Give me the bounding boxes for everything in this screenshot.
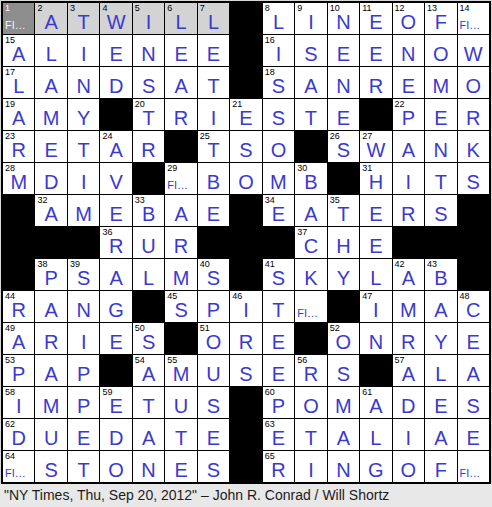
cell-r5c11[interactable]: 26S — [328, 131, 359, 162]
cell-letter: P — [3, 364, 34, 385]
cell-r2c1[interactable]: 15A — [3, 35, 34, 66]
cell-r8c14 — [425, 227, 456, 258]
cell-r5c3[interactable]: T — [68, 131, 99, 162]
cell-r2c13[interactable]: N — [393, 35, 424, 66]
cell-r1c2[interactable]: 2A — [35, 3, 66, 34]
cell-r13c2[interactable]: M — [35, 387, 66, 418]
cell-r14c11[interactable]: A — [328, 419, 359, 450]
cell-letter: F — [425, 460, 456, 481]
cell-letter: M — [3, 172, 34, 193]
rebus-cell-text: FI… — [5, 467, 26, 479]
cell-r14c5[interactable]: A — [133, 419, 164, 450]
cell-letter: P — [263, 396, 294, 417]
cell-r11c14[interactable]: Y — [425, 323, 456, 354]
cell-letter: H — [328, 236, 359, 257]
cell-r12c9[interactable]: E — [263, 355, 294, 386]
cell-letter: R — [133, 140, 164, 161]
cell-r5c5[interactable]: R — [133, 131, 164, 162]
cell-letter: A — [3, 108, 34, 129]
cell-letter: T — [133, 396, 164, 417]
cell-r14c1[interactable]: 62D — [3, 419, 34, 450]
cell-r13c12[interactable]: 61A — [360, 387, 391, 418]
cell-letter: O — [458, 76, 489, 97]
cell-r3c14[interactable]: M — [425, 67, 456, 98]
cell-r15c15[interactable]: FI… — [458, 451, 489, 482]
cell-letter: I — [133, 12, 164, 33]
cell-r11c9[interactable]: E — [263, 323, 294, 354]
cell-letter: C — [295, 236, 326, 257]
cell-r15c11[interactable]: N — [328, 451, 359, 482]
cell-r15c4[interactable]: O — [100, 451, 131, 482]
cell-r14c10[interactable]: T — [295, 419, 326, 450]
cell-r5c6 — [165, 131, 196, 162]
cell-r5c7[interactable]: 25T — [198, 131, 229, 162]
cell-letter: E — [230, 108, 261, 129]
cell-r13c4[interactable]: 59E — [100, 387, 131, 418]
cell-r12c2[interactable]: A — [35, 355, 66, 386]
cell-r2c9[interactable]: 16I — [263, 35, 294, 66]
cell-r14c14[interactable]: A — [425, 419, 456, 450]
cell-r7c10[interactable]: A — [295, 195, 326, 226]
cell-letter: M — [165, 364, 196, 385]
cell-letter: L — [360, 268, 391, 289]
cell-r15c13[interactable]: O — [393, 451, 424, 482]
cell-r10c1[interactable]: 44R — [3, 291, 34, 322]
cell-r11c4[interactable]: E — [100, 323, 131, 354]
cell-letter: S — [263, 76, 294, 97]
cell-r1c1[interactable]: 1FI… — [3, 3, 34, 34]
cell-r4c8[interactable]: 21E — [230, 99, 261, 130]
cell-letter: A — [100, 140, 131, 161]
cell-letter: D — [100, 428, 131, 449]
cell-r3c4[interactable]: D — [100, 67, 131, 98]
cell-letter: T — [263, 300, 294, 321]
cell-r12c14[interactable]: L — [425, 355, 456, 386]
cell-r2c15[interactable]: W — [458, 35, 489, 66]
cell-r15c14[interactable]: F — [425, 451, 456, 482]
cell-r7c5[interactable]: 33B — [133, 195, 164, 226]
cell-r10c8[interactable]: 46I — [230, 291, 261, 322]
cell-letter: K — [295, 268, 326, 289]
cell-r9c14[interactable]: 43B — [425, 259, 456, 290]
cell-r13c14[interactable]: E — [425, 387, 456, 418]
cell-letter: G — [100, 300, 131, 321]
cell-letter: P — [393, 108, 424, 129]
cell-r10c4[interactable]: G — [100, 291, 131, 322]
cell-r7c6[interactable]: A — [165, 195, 196, 226]
cell-letter: A — [35, 300, 66, 321]
cell-letter: M — [393, 300, 424, 321]
cell-r4c2[interactable]: M — [35, 99, 66, 130]
cell-r6c7[interactable]: B — [198, 163, 229, 194]
cell-letter: A — [35, 12, 66, 33]
cell-r8c7 — [198, 227, 229, 258]
cell-r4c7[interactable]: I — [198, 99, 229, 130]
cell-r3c1[interactable]: 17L — [3, 67, 34, 98]
cell-r8c1 — [3, 227, 34, 258]
cell-letter: U — [165, 396, 196, 417]
cell-r3c7[interactable]: T — [198, 67, 229, 98]
cell-letter: E — [198, 204, 229, 225]
cell-letter: G — [360, 460, 391, 481]
cell-r7c4[interactable]: E — [100, 195, 131, 226]
cell-letter: W — [100, 12, 131, 33]
cell-letter: T — [198, 76, 229, 97]
cell-letter: Y — [425, 332, 456, 353]
cell-letter: V — [100, 172, 131, 193]
cell-letter: C — [458, 300, 489, 321]
cell-letter: E — [360, 236, 391, 257]
cell-letter: F — [425, 12, 456, 33]
cell-r8c11[interactable]: H — [328, 227, 359, 258]
cell-r3c13[interactable]: E — [393, 67, 424, 98]
cell-r5c15[interactable]: K — [458, 131, 489, 162]
cell-letter: M — [263, 172, 294, 193]
cell-r9c10[interactable]: K — [295, 259, 326, 290]
cell-r10c7[interactable]: P — [198, 291, 229, 322]
cell-letter: R — [35, 332, 66, 353]
cell-letter: R — [393, 332, 424, 353]
cell-r13c9[interactable]: 60P — [263, 387, 294, 418]
crossword-grid: 1FI…2A3T4W5I6L7L8L9I10N11E12O13F14FI…15A… — [1, 1, 491, 484]
cell-letter: L — [360, 428, 391, 449]
cell-r3c12[interactable]: R — [360, 67, 391, 98]
cell-r4c13[interactable]: 22P — [393, 99, 424, 130]
cell-letter: A — [133, 428, 164, 449]
cell-r15c3[interactable]: T — [68, 451, 99, 482]
cell-r9c2[interactable]: 38P — [35, 259, 66, 290]
cell-r15c12[interactable]: G — [360, 451, 391, 482]
cell-r9c3[interactable]: 39S — [68, 259, 99, 290]
cell-letter: A — [425, 300, 456, 321]
cell-letter: M — [165, 268, 196, 289]
cell-letter: S — [328, 140, 359, 161]
cell-r12c5[interactable]: 54A — [133, 355, 164, 386]
cell-r9c7[interactable]: 40S — [198, 259, 229, 290]
cell-r14c3[interactable]: E — [68, 419, 99, 450]
cell-r5c9[interactable]: O — [263, 131, 294, 162]
cell-r3c3[interactable]: N — [68, 67, 99, 98]
cell-r7c13[interactable]: R — [393, 195, 424, 226]
cell-letter: N — [328, 12, 359, 33]
cell-r6c9[interactable]: M — [263, 163, 294, 194]
cell-letter: E — [263, 332, 294, 353]
cell-r11c11[interactable]: 52O — [328, 323, 359, 354]
cell-letter: N — [328, 76, 359, 97]
cell-r12c10[interactable]: 56R — [295, 355, 326, 386]
cell-r5c1[interactable]: 23R — [3, 131, 34, 162]
cell-r4c4 — [100, 99, 131, 130]
cell-r1c11[interactable]: 10N — [328, 3, 359, 34]
cell-r4c3[interactable]: Y — [68, 99, 99, 130]
cell-r6c2[interactable]: D — [35, 163, 66, 194]
cell-r4c14[interactable]: E — [425, 99, 456, 130]
cell-letter: S — [230, 140, 261, 161]
cell-r2c3[interactable]: I — [68, 35, 99, 66]
cell-letter: S — [35, 460, 66, 481]
cell-r6c8[interactable]: O — [230, 163, 261, 194]
cell-r11c7[interactable]: 51O — [198, 323, 229, 354]
cell-r10c13[interactable]: M — [393, 291, 424, 322]
cell-r3c9[interactable]: 18S — [263, 67, 294, 98]
cell-r12c15[interactable]: A — [458, 355, 489, 386]
cell-r7c14[interactable]: S — [425, 195, 456, 226]
cell-r11c5[interactable]: 50S — [133, 323, 164, 354]
cell-r8c4[interactable]: 36R — [100, 227, 131, 258]
cell-r7c3[interactable]: M — [68, 195, 99, 226]
cell-r13c3[interactable]: P — [68, 387, 99, 418]
cell-r15c1[interactable]: 64FI… — [3, 451, 34, 482]
cell-r8c6[interactable]: R — [165, 227, 196, 258]
cell-r15c2[interactable]: S — [35, 451, 66, 482]
cell-r1c15[interactable]: 14FI… — [458, 3, 489, 34]
cell-letter: T — [165, 428, 196, 449]
cell-r15c5[interactable]: N — [133, 451, 164, 482]
cell-letter: P — [198, 300, 229, 321]
cell-r12c1[interactable]: 53P — [3, 355, 34, 386]
cell-r7c7[interactable]: E — [198, 195, 229, 226]
cell-r5c8[interactable]: S — [230, 131, 261, 162]
cell-r3c5[interactable]: S — [133, 67, 164, 98]
cell-r1c9[interactable]: 8L — [263, 3, 294, 34]
cell-r13c15[interactable]: S — [458, 387, 489, 418]
cell-letter: I — [393, 428, 424, 449]
cell-r5c13[interactable]: A — [393, 131, 424, 162]
cell-letter: I — [68, 44, 99, 65]
cell-r11c2[interactable]: R — [35, 323, 66, 354]
cell-letter: R — [360, 76, 391, 97]
cell-r3c2[interactable]: A — [35, 67, 66, 98]
cell-r2c5[interactable]: N — [133, 35, 164, 66]
clue-number: 14 — [460, 3, 470, 13]
cell-r4c6[interactable]: R — [165, 99, 196, 130]
cell-r14c13[interactable]: I — [393, 419, 424, 450]
cell-letter: I — [393, 172, 424, 193]
cell-letter: B — [133, 204, 164, 225]
cell-r9c5[interactable]: L — [133, 259, 164, 290]
cell-r3c6[interactable]: A — [165, 67, 196, 98]
cell-letter: A — [3, 332, 34, 353]
cell-r1c5[interactable]: 5I — [133, 3, 164, 34]
cell-r3c8 — [230, 67, 261, 98]
cell-r8c5[interactable]: U — [133, 227, 164, 258]
cell-letter: T — [68, 460, 99, 481]
cell-r13c5[interactable]: T — [133, 387, 164, 418]
cell-letter: E — [360, 12, 391, 33]
cell-r8c8 — [230, 227, 261, 258]
cell-r1c12[interactable]: 11E — [360, 3, 391, 34]
cell-r7c2[interactable]: 32A — [35, 195, 66, 226]
cell-r15c6[interactable]: E — [165, 451, 196, 482]
cell-r5c14[interactable]: N — [425, 131, 456, 162]
cell-letter: E — [100, 44, 131, 65]
cell-letter: E — [198, 44, 229, 65]
cell-r10c14[interactable]: A — [425, 291, 456, 322]
cell-r13c7[interactable]: S — [198, 387, 229, 418]
cell-r6c1[interactable]: 28M — [3, 163, 34, 194]
cell-letter: A — [393, 364, 424, 385]
cell-r12c6[interactable]: 55M — [165, 355, 196, 386]
cell-r2c11[interactable]: E — [328, 35, 359, 66]
cell-letter: E — [458, 332, 489, 353]
cell-r15c8 — [230, 451, 261, 482]
cell-r9c15 — [458, 259, 489, 290]
cell-r4c5[interactable]: 20T — [133, 99, 164, 130]
cell-r5c4[interactable]: 24A — [100, 131, 131, 162]
cell-r7c11[interactable]: 35T — [328, 195, 359, 226]
cell-r14c15[interactable]: E — [458, 419, 489, 450]
cell-r13c1[interactable]: 58I — [3, 387, 34, 418]
cell-letter: A — [295, 76, 326, 97]
cell-r11c12[interactable]: N — [360, 323, 391, 354]
cell-r10c2[interactable]: A — [35, 291, 66, 322]
cell-r6c15[interactable]: S — [458, 163, 489, 194]
cell-r6c13[interactable]: I — [393, 163, 424, 194]
cell-r9c6[interactable]: M — [165, 259, 196, 290]
cell-r15c10[interactable]: I — [295, 451, 326, 482]
cell-r5c2[interactable]: E — [35, 131, 66, 162]
cell-r10c6[interactable]: 45S — [165, 291, 196, 322]
cell-letter: T — [68, 12, 99, 33]
rebus-cell-text: FI… — [297, 307, 318, 319]
cell-r1c6[interactable]: 6L — [165, 3, 196, 34]
cell-letter: U — [133, 236, 164, 257]
cell-r12c3[interactable]: P — [68, 355, 99, 386]
cell-r2c2[interactable]: L — [35, 35, 66, 66]
cell-r14c2[interactable]: U — [35, 419, 66, 450]
cell-r2c7[interactable]: E — [198, 35, 229, 66]
cell-r6c14[interactable]: T — [425, 163, 456, 194]
cell-r13c11[interactable]: M — [328, 387, 359, 418]
cell-r11c1[interactable]: 49A — [3, 323, 34, 354]
clue-number: 1 — [5, 3, 10, 13]
cell-r14c6[interactable]: T — [165, 419, 196, 450]
cell-r6c12[interactable]: 31H — [360, 163, 391, 194]
cell-r1c4[interactable]: 4W — [100, 3, 131, 34]
cell-r2c6[interactable]: E — [165, 35, 196, 66]
cell-r12c7[interactable]: U — [198, 355, 229, 386]
cell-r6c3[interactable]: I — [68, 163, 99, 194]
cell-r11c13[interactable]: R — [393, 323, 424, 354]
cell-letter: S — [328, 364, 359, 385]
cell-letter: A — [458, 364, 489, 385]
cell-letter: R — [3, 140, 34, 161]
cell-r9c12[interactable]: L — [360, 259, 391, 290]
cell-r9c4[interactable]: A — [100, 259, 131, 290]
cell-letter: A — [100, 268, 131, 289]
cell-r14c9[interactable]: 63E — [263, 419, 294, 450]
clue-number: 29 — [167, 163, 177, 173]
cell-r10c12[interactable]: 47I — [360, 291, 391, 322]
cell-letter: Y — [68, 108, 99, 129]
cell-r1c14[interactable]: 13F — [425, 3, 456, 34]
cell-r3c10[interactable]: A — [295, 67, 326, 98]
cell-letter: L — [3, 76, 34, 97]
cell-r6c6[interactable]: 29FI… — [165, 163, 196, 194]
cell-r15c9[interactable]: 65R — [263, 451, 294, 482]
cell-r3c11[interactable]: N — [328, 67, 359, 98]
cell-r12c8[interactable]: S — [230, 355, 261, 386]
cell-letter: B — [198, 172, 229, 193]
cell-r12c11[interactable]: S — [328, 355, 359, 386]
cell-letter: E — [360, 44, 391, 65]
cell-letter: A — [393, 140, 424, 161]
cell-letter: I — [295, 12, 326, 33]
cell-r1c10[interactable]: 9I — [295, 3, 326, 34]
cell-r1c7[interactable]: 7L — [198, 3, 229, 34]
cell-r11c8[interactable]: R — [230, 323, 261, 354]
cell-r6c10[interactable]: 30B — [295, 163, 326, 194]
cell-r2c14[interactable]: O — [425, 35, 456, 66]
cell-r4c10[interactable]: T — [295, 99, 326, 130]
cell-r12c12 — [360, 355, 391, 386]
cell-letter: T — [295, 108, 326, 129]
cell-letter: T — [68, 140, 99, 161]
cell-r4c1[interactable]: 19A — [3, 99, 34, 130]
cell-r2c12[interactable]: E — [360, 35, 391, 66]
cell-letter: N — [133, 460, 164, 481]
cell-r8c12[interactable]: E — [360, 227, 391, 258]
cell-r9c13[interactable]: 42A — [393, 259, 424, 290]
cell-r1c13[interactable]: 12O — [393, 3, 424, 34]
cell-r1c3[interactable]: 3T — [68, 3, 99, 34]
cell-letter: N — [393, 44, 424, 65]
cell-r6c4[interactable]: V — [100, 163, 131, 194]
cell-r7c9[interactable]: 34E — [263, 195, 294, 226]
cell-r4c9[interactable]: S — [263, 99, 294, 130]
cell-r11c6 — [165, 323, 196, 354]
cell-r5c12[interactable]: 27W — [360, 131, 391, 162]
cell-letter: R — [295, 364, 326, 385]
cell-letter: D — [393, 396, 424, 417]
cell-r13c10[interactable]: O — [295, 387, 326, 418]
cell-letter: S — [198, 268, 229, 289]
cell-letter: N — [68, 76, 99, 97]
cell-r9c9[interactable]: 41S — [263, 259, 294, 290]
cell-r4c15[interactable]: R — [458, 99, 489, 130]
cell-r12c13[interactable]: 57A — [393, 355, 424, 386]
cell-r10c3[interactable]: N — [68, 291, 99, 322]
cell-r2c4[interactable]: E — [100, 35, 131, 66]
cell-r7c12[interactable]: E — [360, 195, 391, 226]
cell-letter: E — [68, 428, 99, 449]
cell-r9c11[interactable]: Y — [328, 259, 359, 290]
cell-r13c6[interactable]: U — [165, 387, 196, 418]
cell-r10c10[interactable]: FI… — [295, 291, 326, 322]
cell-r12c4 — [100, 355, 131, 386]
cell-r11c3[interactable]: I — [68, 323, 99, 354]
cell-letter: A — [35, 364, 66, 385]
cell-r10c15[interactable]: 48C — [458, 291, 489, 322]
cell-letter: O — [425, 44, 456, 65]
cell-r2c8 — [230, 35, 261, 66]
cell-letter: I — [68, 172, 99, 193]
cell-r8c10[interactable]: 37C — [295, 227, 326, 258]
cell-r14c4[interactable]: D — [100, 419, 131, 450]
cell-r14c12[interactable]: L — [360, 419, 391, 450]
cell-r4c11[interactable]: E — [328, 99, 359, 130]
cell-r15c7[interactable]: S — [198, 451, 229, 482]
cell-letter: H — [360, 172, 391, 193]
cell-letter: S — [295, 44, 326, 65]
cell-letter: E — [458, 428, 489, 449]
cell-r13c13[interactable]: D — [393, 387, 424, 418]
cell-r10c9[interactable]: T — [263, 291, 294, 322]
cell-r11c15[interactable]: E — [458, 323, 489, 354]
cell-r14c7[interactable]: E — [198, 419, 229, 450]
cell-r2c10[interactable]: S — [295, 35, 326, 66]
cell-r3c15[interactable]: O — [458, 67, 489, 98]
